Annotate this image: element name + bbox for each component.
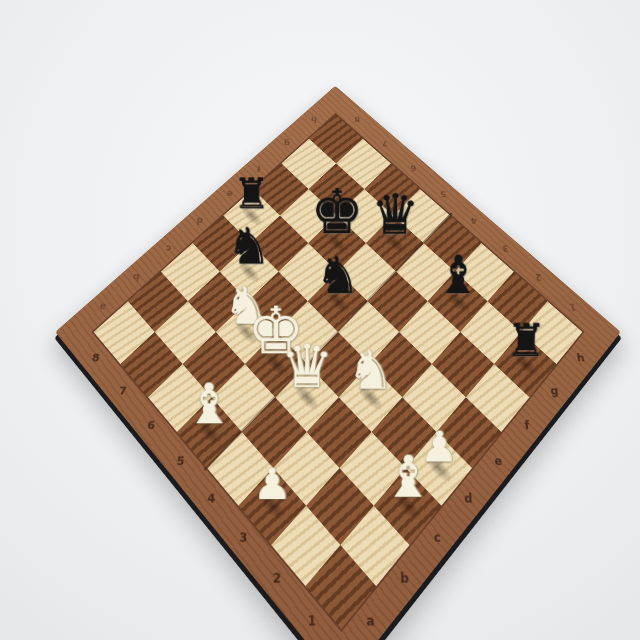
far-rank-label-4: 4 [466,213,482,227]
file-label-b: b [395,568,414,590]
file-label-f: f [517,416,536,434]
rank-label-8: 8 [86,350,105,367]
white-queen-c4[interactable]: ♛ [280,331,333,401]
far-file-label-a: a [94,299,112,315]
black-queen-g5[interactable]: ♛ [371,182,420,247]
chess-board: 8877665544332211hhggffeeddccbbaa♜♚♛♞♞♝♞♚… [55,86,621,640]
far-file-label-d: d [192,213,208,227]
far-file-label-b: b [128,269,145,284]
far-rank-label-1: 1 [564,299,582,315]
rank-label-7: 7 [114,382,133,400]
file-label-g: g [545,382,564,400]
black-rook-e8[interactable]: ♜ [233,169,270,219]
white-bishop-c1[interactable]: ♝ [382,444,434,510]
far-file-label-g: g [280,137,294,150]
file-label-a: a [361,610,380,633]
rank-label-4: 4 [202,489,221,509]
black-bishop-g3[interactable]: ♝ [435,245,482,305]
file-label-h: h [571,350,590,367]
rank-label-3: 3 [234,527,253,548]
far-file-label-c: c [160,241,177,256]
black-knight-d7[interactable]: ♞ [226,217,271,275]
rank-label-6: 6 [142,416,161,434]
white-bishop-a5[interactable]: ♝ [184,372,234,436]
far-rank-label-7: 7 [378,137,393,150]
file-label-d: d [459,489,478,509]
rank-label-5: 5 [171,452,190,471]
rank-label-2: 2 [267,568,286,590]
white-knight-d3[interactable]: ♞ [347,339,395,401]
far-rank-label-5: 5 [435,187,451,201]
far-rank-label-2: 2 [530,269,548,284]
product-photo-scene: 8877665544332211hhggffeeddccbbaa♜♚♛♞♞♝♞♚… [0,0,640,640]
file-label-c: c [428,527,447,548]
file-label-e: e [489,452,508,471]
rank-label-1: 1 [302,610,321,633]
white-pawn-a3[interactable]: ♟ [252,459,291,509]
black-king-f6[interactable]: ♚ [310,176,363,247]
far-file-label-h: h [307,113,321,125]
far-rank-label-8: 8 [350,113,364,125]
far-rank-label-3: 3 [497,241,514,256]
black-rook-g1[interactable]: ♜ [505,314,547,368]
black-knight-e5[interactable]: ♞ [315,246,360,305]
far-rank-label-6: 6 [406,161,421,174]
